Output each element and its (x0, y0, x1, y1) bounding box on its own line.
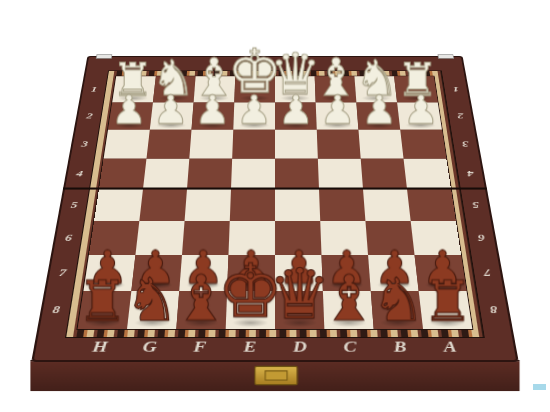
file-label-A: A (436, 338, 463, 356)
square-g4[interactable] (143, 159, 189, 189)
chess-board: ♜♞♝♚♛♝♞♜♟♟♟♟♟♟♟♟♟♟♟♟♟♟♟♟♜♞♝♚♛♝♞♜ 1234567… (34, 57, 516, 360)
rank-label-right-8: 8 (481, 302, 506, 318)
square-b8[interactable]: ♞ (371, 291, 423, 329)
square-e5[interactable] (230, 189, 275, 221)
rank-label-right-1: 1 (446, 84, 466, 95)
rank-label-right-5: 5 (465, 198, 488, 211)
square-a2[interactable]: ♟ (397, 102, 442, 129)
square-a4[interactable] (404, 159, 451, 189)
square-d4[interactable] (275, 159, 319, 189)
brass-clasp-icon (254, 366, 298, 386)
board-grid: ♜♞♝♚♛♝♞♜♟♟♟♟♟♟♟♟♟♟♟♟♟♟♟♟♜♞♝♚♛♝♞♜ (78, 76, 473, 329)
square-f8[interactable]: ♝ (176, 291, 227, 329)
square-b2[interactable]: ♟ (356, 102, 400, 129)
square-d3[interactable] (275, 130, 318, 159)
rank-label-right-3: 3 (455, 138, 476, 150)
rank-label-right-4: 4 (459, 167, 481, 179)
watermark-artifact (533, 384, 546, 390)
square-d2[interactable]: ♟ (275, 102, 317, 129)
square-g2[interactable]: ♟ (150, 102, 194, 129)
white-pawn-e2[interactable]: ♟ (236, 91, 272, 129)
white-pawn-h2[interactable]: ♟ (111, 91, 147, 129)
rank-label-left-8: 8 (44, 302, 69, 318)
square-c5[interactable] (319, 189, 365, 221)
file-label-H: H (86, 338, 113, 356)
square-c4[interactable] (318, 159, 363, 189)
hinge-left-icon (96, 54, 113, 58)
white-pawn-c2[interactable]: ♟ (320, 91, 356, 129)
square-h2[interactable]: ♟ (108, 102, 153, 129)
square-b3[interactable] (358, 130, 403, 159)
white-pawn-a2[interactable]: ♟ (403, 91, 439, 129)
case-front-edge (30, 360, 519, 391)
file-label-B: B (387, 338, 414, 356)
photo-background: ♜♞♝♚♛♝♞♜♟♟♟♟♟♟♟♟♟♟♟♟♟♟♟♟♜♞♝♚♛♝♞♜ 1234567… (0, 0, 550, 412)
brown-knight-b8[interactable]: ♞ (372, 272, 425, 328)
rank-label-right-6: 6 (470, 231, 493, 245)
square-e3[interactable] (232, 130, 275, 159)
brown-knight-g8[interactable]: ♞ (125, 272, 178, 328)
hinge-right-icon (438, 54, 455, 58)
square-c8[interactable]: ♝ (323, 291, 374, 329)
square-a8[interactable]: ♜ (419, 291, 473, 329)
rank-label-left-2: 2 (79, 110, 100, 121)
brass-clasp-detail (265, 370, 288, 380)
rank-label-right-7: 7 (475, 265, 499, 280)
rank-label-left-1: 1 (84, 84, 104, 95)
rank-label-left-7: 7 (51, 265, 75, 280)
brown-bishop-c8[interactable]: ♝ (321, 268, 377, 328)
rank-label-left-3: 3 (74, 138, 95, 150)
square-a5[interactable] (407, 189, 456, 221)
rank-label-left-6: 6 (57, 231, 80, 245)
square-a3[interactable] (400, 130, 446, 159)
white-pawn-b2[interactable]: ♟ (361, 91, 397, 129)
rank-label-left-4: 4 (69, 167, 91, 179)
square-g5[interactable] (139, 189, 187, 221)
file-label-D: D (287, 338, 312, 356)
white-pawn-f2[interactable]: ♟ (195, 91, 231, 129)
square-e2[interactable]: ♟ (233, 102, 275, 129)
square-f2[interactable]: ♟ (192, 102, 235, 129)
white-pawn-d2[interactable]: ♟ (278, 91, 314, 129)
brown-rook-a8[interactable]: ♜ (422, 275, 472, 328)
square-f5[interactable] (185, 189, 231, 221)
rank-label-right-2: 2 (450, 110, 471, 121)
rank-label-left-5: 5 (63, 198, 86, 211)
square-b5[interactable] (363, 189, 411, 221)
square-h4[interactable] (99, 159, 146, 189)
square-b4[interactable] (361, 159, 407, 189)
square-h5[interactable] (94, 189, 143, 221)
file-label-C: C (337, 338, 363, 356)
square-g3[interactable] (146, 130, 191, 159)
file-label-E: E (237, 338, 262, 356)
square-f4[interactable] (187, 159, 232, 189)
file-label-F: F (187, 338, 213, 356)
square-h8[interactable]: ♜ (78, 291, 132, 329)
file-label-G: G (136, 338, 163, 356)
square-c3[interactable] (317, 130, 361, 159)
square-d8[interactable]: ♛ (275, 291, 324, 329)
square-d5[interactable] (275, 189, 320, 221)
square-f3[interactable] (189, 130, 233, 159)
square-g8[interactable]: ♞ (127, 291, 179, 329)
square-c2[interactable]: ♟ (316, 102, 359, 129)
brown-rook-h8[interactable]: ♜ (77, 275, 127, 328)
brown-bishop-f8[interactable]: ♝ (173, 268, 229, 328)
square-e4[interactable] (231, 159, 275, 189)
square-h3[interactable] (104, 130, 150, 159)
white-pawn-g2[interactable]: ♟ (153, 91, 189, 129)
